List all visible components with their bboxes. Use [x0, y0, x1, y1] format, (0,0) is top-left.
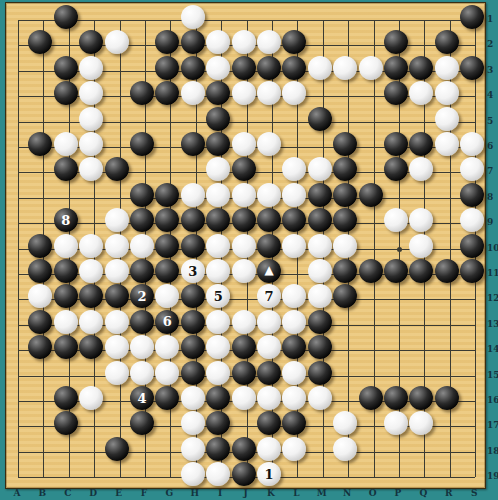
- black-stone-H15[interactable]: [181, 361, 205, 385]
- white-stone-I12[interactable]: 5: [206, 284, 230, 308]
- white-stone-B12[interactable]: [28, 284, 52, 308]
- black-stone-C14[interactable]: [54, 335, 78, 359]
- white-stone-I19[interactable]: [206, 462, 230, 486]
- white-stone-N17[interactable]: [333, 411, 357, 435]
- column-label-F: F: [141, 488, 147, 498]
- black-stone-F9[interactable]: [130, 208, 154, 232]
- black-stone-P4[interactable]: [384, 81, 408, 105]
- white-stone-L4[interactable]: [282, 81, 306, 105]
- black-stone-C17[interactable]: [54, 411, 78, 435]
- black-stone-P6[interactable]: [384, 132, 408, 156]
- black-stone-F13[interactable]: [130, 310, 154, 334]
- black-stone-F11[interactable]: [130, 259, 154, 283]
- white-stone-R5[interactable]: [435, 107, 459, 131]
- column-label-P: P: [395, 488, 402, 498]
- white-stone-M3[interactable]: [308, 56, 332, 80]
- black-stone-J18[interactable]: [232, 437, 256, 461]
- black-stone-J14[interactable]: [232, 335, 256, 359]
- white-stone-K6[interactable]: [257, 132, 281, 156]
- white-stone-K16[interactable]: [257, 386, 281, 410]
- white-stone-D5[interactable]: [79, 107, 103, 131]
- white-stone-K4[interactable]: [257, 81, 281, 105]
- goban[interactable]: 83▲257641: [5, 2, 486, 489]
- black-stone-K17[interactable]: [257, 411, 281, 435]
- black-stone-B13[interactable]: [28, 310, 52, 334]
- white-stone-I3[interactable]: [206, 56, 230, 80]
- row-label-5: 5: [487, 116, 493, 126]
- black-stone-P3[interactable]: [384, 56, 408, 80]
- white-stone-J2[interactable]: [232, 30, 256, 54]
- column-label-G: G: [166, 488, 174, 498]
- black-stone-E18[interactable]: [105, 437, 129, 461]
- white-stone-H11[interactable]: 3: [181, 259, 205, 283]
- black-stone-M14[interactable]: [308, 335, 332, 359]
- white-stone-F10[interactable]: [130, 234, 154, 258]
- black-stone-C3[interactable]: [54, 56, 78, 80]
- black-stone-K3[interactable]: [257, 56, 281, 80]
- row-label-10: 10: [487, 243, 498, 253]
- black-stone-H3[interactable]: [181, 56, 205, 80]
- white-stone-F15[interactable]: [130, 361, 154, 385]
- black-stone-C9[interactable]: 8: [54, 208, 78, 232]
- black-stone-G13[interactable]: 6: [155, 310, 179, 334]
- black-stone-J9[interactable]: [232, 208, 256, 232]
- white-stone-D11[interactable]: [79, 259, 103, 283]
- white-stone-E13[interactable]: [105, 310, 129, 334]
- black-stone-B10[interactable]: [28, 234, 52, 258]
- black-stone-L9[interactable]: [282, 208, 306, 232]
- column-label-B: B: [39, 488, 47, 498]
- black-stone-M15[interactable]: [308, 361, 332, 385]
- white-stone-L10[interactable]: [282, 234, 306, 258]
- black-stone-G2[interactable]: [155, 30, 179, 54]
- row-label-14: 14: [487, 344, 498, 354]
- hoshi-point: [397, 247, 402, 252]
- white-stone-L8[interactable]: [282, 183, 306, 207]
- black-stone-S3[interactable]: [460, 56, 484, 80]
- white-stone-J4[interactable]: [232, 81, 256, 105]
- white-stone-H18[interactable]: [181, 437, 205, 461]
- black-stone-M5[interactable]: [308, 107, 332, 131]
- black-stone-D12[interactable]: [79, 284, 103, 308]
- black-stone-G3[interactable]: [155, 56, 179, 80]
- black-stone-B11[interactable]: [28, 259, 52, 283]
- column-label-D: D: [89, 488, 97, 498]
- black-stone-H6[interactable]: [181, 132, 205, 156]
- white-stone-L15[interactable]: [282, 361, 306, 385]
- move-number-label: 1: [264, 468, 273, 481]
- black-stone-C4[interactable]: [54, 81, 78, 105]
- move-number-label: 5: [214, 290, 223, 303]
- black-stone-G16[interactable]: [155, 386, 179, 410]
- black-stone-L14[interactable]: [282, 335, 306, 359]
- black-stone-J19[interactable]: [232, 462, 256, 486]
- black-stone-K11[interactable]: ▲: [257, 259, 281, 283]
- column-label-A: A: [14, 488, 21, 498]
- black-stone-C7[interactable]: [54, 157, 78, 181]
- black-stone-J7[interactable]: [232, 157, 256, 181]
- white-stone-C13[interactable]: [54, 310, 78, 334]
- white-stone-K13[interactable]: [257, 310, 281, 334]
- black-stone-Q16[interactable]: [409, 386, 433, 410]
- white-stone-Q9[interactable]: [409, 208, 433, 232]
- white-stone-H16[interactable]: [181, 386, 205, 410]
- white-stone-D13[interactable]: [79, 310, 103, 334]
- white-stone-D10[interactable]: [79, 234, 103, 258]
- white-stone-J10[interactable]: [232, 234, 256, 258]
- white-stone-M16[interactable]: [308, 386, 332, 410]
- black-stone-C16[interactable]: [54, 386, 78, 410]
- black-stone-I6[interactable]: [206, 132, 230, 156]
- white-stone-M12[interactable]: [308, 284, 332, 308]
- black-stone-M9[interactable]: [308, 208, 332, 232]
- black-stone-G10[interactable]: [155, 234, 179, 258]
- black-stone-N11[interactable]: [333, 259, 357, 283]
- row-label-16: 16: [487, 395, 498, 405]
- black-stone-L3[interactable]: [282, 56, 306, 80]
- black-stone-K10[interactable]: [257, 234, 281, 258]
- row-label-6: 6: [487, 141, 493, 151]
- black-stone-Q3[interactable]: [409, 56, 433, 80]
- white-stone-Q4[interactable]: [409, 81, 433, 105]
- white-stone-I14[interactable]: [206, 335, 230, 359]
- move-number-label: 8: [61, 214, 70, 227]
- black-stone-H9[interactable]: [181, 208, 205, 232]
- black-stone-L17[interactable]: [282, 411, 306, 435]
- white-stone-Q17[interactable]: [409, 411, 433, 435]
- white-stone-S9[interactable]: [460, 208, 484, 232]
- white-stone-M11[interactable]: [308, 259, 332, 283]
- black-stone-C12[interactable]: [54, 284, 78, 308]
- white-stone-H1[interactable]: [181, 5, 205, 29]
- column-label-C: C: [64, 488, 71, 498]
- row-label-19: 19: [487, 471, 498, 481]
- white-stone-E11[interactable]: [105, 259, 129, 283]
- black-stone-O11[interactable]: [359, 259, 383, 283]
- white-stone-D7[interactable]: [79, 157, 103, 181]
- white-stone-J11[interactable]: [232, 259, 256, 283]
- white-stone-J13[interactable]: [232, 310, 256, 334]
- white-stone-I15[interactable]: [206, 361, 230, 385]
- black-stone-H14[interactable]: [181, 335, 205, 359]
- white-stone-I8[interactable]: [206, 183, 230, 207]
- move-number-label: 2: [137, 290, 146, 303]
- white-stone-N3[interactable]: [333, 56, 357, 80]
- move-number-label: 3: [188, 265, 197, 278]
- white-stone-D6[interactable]: [79, 132, 103, 156]
- black-stone-S11[interactable]: [460, 259, 484, 283]
- white-stone-K2[interactable]: [257, 30, 281, 54]
- white-stone-S6[interactable]: [460, 132, 484, 156]
- black-stone-J15[interactable]: [232, 361, 256, 385]
- black-stone-O8[interactable]: [359, 183, 383, 207]
- black-stone-B14[interactable]: [28, 335, 52, 359]
- white-stone-H19[interactable]: [181, 462, 205, 486]
- white-stone-I7[interactable]: [206, 157, 230, 181]
- black-stone-D2[interactable]: [79, 30, 103, 54]
- black-stone-H2[interactable]: [181, 30, 205, 54]
- white-stone-I10[interactable]: [206, 234, 230, 258]
- row-label-8: 8: [487, 192, 493, 202]
- black-stone-B6[interactable]: [28, 132, 52, 156]
- row-label-2: 2: [487, 39, 493, 49]
- white-stone-N10[interactable]: [333, 234, 357, 258]
- black-stone-I5[interactable]: [206, 107, 230, 131]
- white-stone-H8[interactable]: [181, 183, 205, 207]
- white-stone-P9[interactable]: [384, 208, 408, 232]
- row-label-7: 7: [487, 166, 493, 176]
- black-stone-I17[interactable]: [206, 411, 230, 435]
- column-label-N: N: [343, 488, 351, 498]
- black-stone-C1[interactable]: [54, 5, 78, 29]
- white-stone-J16[interactable]: [232, 386, 256, 410]
- white-stone-M7[interactable]: [308, 157, 332, 181]
- column-label-J: J: [243, 488, 247, 498]
- white-stone-Q10[interactable]: [409, 234, 433, 258]
- white-stone-G15[interactable]: [155, 361, 179, 385]
- black-stone-H13[interactable]: [181, 310, 205, 334]
- white-stone-D4[interactable]: [79, 81, 103, 105]
- white-stone-E9[interactable]: [105, 208, 129, 232]
- white-stone-S7[interactable]: [460, 157, 484, 181]
- black-stone-F8[interactable]: [130, 183, 154, 207]
- black-stone-N8[interactable]: [333, 183, 357, 207]
- black-stone-I16[interactable]: [206, 386, 230, 410]
- black-stone-S8[interactable]: [460, 183, 484, 207]
- black-stone-G8[interactable]: [155, 183, 179, 207]
- black-stone-F17[interactable]: [130, 411, 154, 435]
- white-stone-E15[interactable]: [105, 361, 129, 385]
- black-stone-K9[interactable]: [257, 208, 281, 232]
- black-stone-R16[interactable]: [435, 386, 459, 410]
- white-stone-D16[interactable]: [79, 386, 103, 410]
- white-stone-R4[interactable]: [435, 81, 459, 105]
- white-stone-K19[interactable]: 1: [257, 462, 281, 486]
- white-stone-I2[interactable]: [206, 30, 230, 54]
- black-stone-L2[interactable]: [282, 30, 306, 54]
- row-label-9: 9: [487, 217, 493, 227]
- row-label-17: 17: [487, 420, 498, 430]
- black-stone-P11[interactable]: [384, 259, 408, 283]
- row-label-3: 3: [487, 65, 493, 75]
- white-stone-Q7[interactable]: [409, 157, 433, 181]
- black-stone-N6[interactable]: [333, 132, 357, 156]
- black-stone-P2[interactable]: [384, 30, 408, 54]
- white-stone-I11[interactable]: [206, 259, 230, 283]
- row-label-11: 11: [487, 268, 498, 278]
- white-stone-L16[interactable]: [282, 386, 306, 410]
- column-label-S: S: [471, 488, 478, 498]
- row-label-18: 18: [487, 446, 498, 456]
- black-stone-S10[interactable]: [460, 234, 484, 258]
- move-number-label: 4: [137, 392, 146, 405]
- column-label-E: E: [115, 488, 122, 498]
- white-stone-P17[interactable]: [384, 411, 408, 435]
- black-stone-E7[interactable]: [105, 157, 129, 181]
- black-stone-O16[interactable]: [359, 386, 383, 410]
- move-number-label: 6: [163, 315, 172, 328]
- black-stone-F4[interactable]: [130, 81, 154, 105]
- black-stone-K15[interactable]: [257, 361, 281, 385]
- white-stone-L7[interactable]: [282, 157, 306, 181]
- white-stone-K8[interactable]: [257, 183, 281, 207]
- white-stone-L13[interactable]: [282, 310, 306, 334]
- row-label-4: 4: [487, 90, 493, 100]
- white-stone-O3[interactable]: [359, 56, 383, 80]
- black-stone-Q6[interactable]: [409, 132, 433, 156]
- white-stone-R3[interactable]: [435, 56, 459, 80]
- white-stone-H17[interactable]: [181, 411, 205, 435]
- column-label-K: K: [267, 488, 275, 498]
- black-stone-P16[interactable]: [384, 386, 408, 410]
- black-stone-R2[interactable]: [435, 30, 459, 54]
- white-stone-N18[interactable]: [333, 437, 357, 461]
- column-label-L: L: [293, 488, 299, 498]
- black-stone-H10[interactable]: [181, 234, 205, 258]
- white-stone-J6[interactable]: [232, 132, 256, 156]
- black-stone-S1[interactable]: [460, 5, 484, 29]
- black-stone-N9[interactable]: [333, 208, 357, 232]
- column-label-H: H: [191, 488, 200, 498]
- black-stone-H12[interactable]: [181, 284, 205, 308]
- row-label-15: 15: [487, 370, 498, 380]
- black-stone-I9[interactable]: [206, 208, 230, 232]
- black-stone-P7[interactable]: [384, 157, 408, 181]
- white-stone-D3[interactable]: [79, 56, 103, 80]
- white-stone-E2[interactable]: [105, 30, 129, 54]
- white-stone-G12[interactable]: [155, 284, 179, 308]
- black-stone-N7[interactable]: [333, 157, 357, 181]
- white-stone-L12[interactable]: [282, 284, 306, 308]
- white-stone-C6[interactable]: [54, 132, 78, 156]
- triangle-mark-icon: ▲: [264, 264, 273, 276]
- column-label-I: I: [218, 488, 222, 498]
- column-label-O: O: [369, 488, 377, 498]
- white-stone-E14[interactable]: [105, 335, 129, 359]
- black-stone-G4[interactable]: [155, 81, 179, 105]
- black-stone-F6[interactable]: [130, 132, 154, 156]
- white-stone-K18[interactable]: [257, 437, 281, 461]
- row-label-12: 12: [487, 293, 498, 303]
- black-stone-E12[interactable]: [105, 284, 129, 308]
- white-stone-J8[interactable]: [232, 183, 256, 207]
- white-stone-K12[interactable]: 7: [257, 284, 281, 308]
- white-stone-R6[interactable]: [435, 132, 459, 156]
- move-number-label: 7: [264, 290, 273, 303]
- black-stone-Q11[interactable]: [409, 259, 433, 283]
- white-stone-F14[interactable]: [130, 335, 154, 359]
- black-stone-F16[interactable]: 4: [130, 386, 154, 410]
- white-stone-I13[interactable]: [206, 310, 230, 334]
- row-label-13: 13: [487, 319, 498, 329]
- white-stone-K14[interactable]: [257, 335, 281, 359]
- black-stone-F12[interactable]: 2: [130, 284, 154, 308]
- go-board-screenshot: 83▲257641 ABCDEFGHIJKLMNOPQRS12345678910…: [0, 0, 498, 500]
- white-stone-E10[interactable]: [105, 234, 129, 258]
- white-stone-L18[interactable]: [282, 437, 306, 461]
- row-label-1: 1: [487, 14, 493, 24]
- black-stone-J3[interactable]: [232, 56, 256, 80]
- black-stone-D14[interactable]: [79, 335, 103, 359]
- column-label-M: M: [317, 488, 327, 498]
- white-stone-G14[interactable]: [155, 335, 179, 359]
- black-stone-G11[interactable]: [155, 259, 179, 283]
- black-stone-B2[interactable]: [28, 30, 52, 54]
- white-stone-H4[interactable]: [181, 81, 205, 105]
- black-stone-M8[interactable]: [308, 183, 332, 207]
- black-stone-N12[interactable]: [333, 284, 357, 308]
- black-stone-I4[interactable]: [206, 81, 230, 105]
- black-stone-I18[interactable]: [206, 437, 230, 461]
- black-stone-G9[interactable]: [155, 208, 179, 232]
- white-stone-M10[interactable]: [308, 234, 332, 258]
- black-stone-R11[interactable]: [435, 259, 459, 283]
- white-stone-C10[interactable]: [54, 234, 78, 258]
- black-stone-C11[interactable]: [54, 259, 78, 283]
- column-label-R: R: [445, 488, 452, 498]
- black-stone-M13[interactable]: [308, 310, 332, 334]
- column-label-Q: Q: [419, 488, 427, 498]
